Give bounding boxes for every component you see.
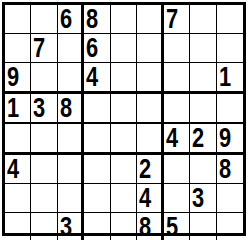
cell-r3c2[interactable] (31, 63, 57, 94)
cell-r2c3[interactable] (58, 34, 84, 63)
cell-r7c3[interactable] (58, 155, 84, 184)
given-digit: 1 (7, 94, 19, 122)
cell-r6c6[interactable] (137, 124, 163, 155)
cell-r9c3[interactable]: 3 (58, 213, 84, 240)
cell-r7c6[interactable]: 2 (137, 155, 163, 184)
given-digit: 8 (219, 155, 231, 183)
cell-r1c6[interactable] (137, 5, 163, 34)
cell-r3c7[interactable] (164, 63, 190, 94)
cell-r8c1[interactable] (5, 184, 31, 213)
cell-r2c6[interactable] (137, 34, 163, 63)
cell-r1c4[interactable]: 8 (84, 5, 110, 34)
cell-r3c6[interactable] (137, 63, 163, 94)
cell-r3c3[interactable] (58, 63, 84, 94)
cell-r9c9[interactable] (217, 213, 243, 240)
cell-r6c1[interactable] (5, 124, 31, 155)
cell-r3c1[interactable]: 9 (5, 63, 31, 94)
given-digit: 8 (86, 5, 98, 33)
cell-r4c1[interactable]: 1 (5, 94, 31, 123)
given-digit: 8 (139, 213, 151, 240)
cell-r2c4[interactable]: 6 (84, 34, 110, 63)
cell-r8c2[interactable] (31, 184, 57, 213)
cell-r1c9[interactable] (217, 5, 243, 34)
given-digit: 3 (33, 94, 45, 122)
cell-r6c3[interactable] (58, 124, 84, 155)
cell-r9c5[interactable] (111, 213, 137, 240)
cell-r4c9[interactable] (217, 94, 243, 123)
cell-r8c8[interactable]: 3 (190, 184, 216, 213)
given-digit: 2 (139, 155, 151, 183)
cell-r7c5[interactable] (111, 155, 137, 184)
cell-r6c9[interactable]: 9 (217, 124, 243, 155)
given-digit: 8 (60, 94, 72, 122)
given-digit: 7 (33, 34, 45, 62)
cell-r8c9[interactable] (217, 184, 243, 213)
cell-r4c4[interactable] (84, 94, 110, 123)
given-digit: 4 (166, 124, 178, 152)
cell-r3c5[interactable] (111, 63, 137, 94)
cell-r1c2[interactable] (31, 5, 57, 34)
cell-r8c5[interactable] (111, 184, 137, 213)
cell-r7c8[interactable] (190, 155, 216, 184)
cell-r8c6[interactable]: 4 (137, 184, 163, 213)
given-digit: 6 (60, 5, 72, 33)
given-digit: 1 (219, 63, 231, 91)
given-digit: 7 (166, 5, 178, 33)
cell-r4c2[interactable]: 3 (31, 94, 57, 123)
cell-r6c5[interactable] (111, 124, 137, 155)
cell-r2c8[interactable] (190, 34, 216, 63)
cell-r1c8[interactable] (190, 5, 216, 34)
given-digit: 9 (219, 124, 231, 152)
cell-r2c1[interactable] (5, 34, 31, 63)
cell-r9c4[interactable] (84, 213, 110, 240)
sudoku-board: 6877694113842942843385 (2, 2, 246, 236)
cell-r2c7[interactable] (164, 34, 190, 63)
cell-r1c3[interactable]: 6 (58, 5, 84, 34)
cell-r4c6[interactable] (137, 94, 163, 123)
given-digit: 3 (192, 184, 204, 212)
cell-r9c6[interactable]: 8 (137, 213, 163, 240)
cell-r4c5[interactable] (111, 94, 137, 123)
cell-r7c4[interactable] (84, 155, 110, 184)
cell-r3c9[interactable]: 1 (217, 63, 243, 94)
given-digit: 2 (192, 124, 204, 152)
cell-r9c2[interactable] (31, 213, 57, 240)
cell-r9c7[interactable]: 5 (164, 213, 190, 240)
cell-r8c4[interactable] (84, 184, 110, 213)
cell-r6c2[interactable] (31, 124, 57, 155)
cell-r2c2[interactable]: 7 (31, 34, 57, 63)
cell-r9c8[interactable] (190, 213, 216, 240)
given-digit: 6 (86, 34, 98, 62)
given-digit: 3 (60, 213, 72, 240)
cell-r1c5[interactable] (111, 5, 137, 34)
given-digit: 9 (7, 63, 19, 91)
given-digit: 4 (139, 184, 151, 212)
given-digit: 5 (166, 213, 178, 240)
cell-r6c8[interactable]: 2 (190, 124, 216, 155)
cell-r4c7[interactable] (164, 94, 190, 123)
given-digit: 4 (86, 63, 98, 91)
cell-r2c5[interactable] (111, 34, 137, 63)
cell-r3c4[interactable]: 4 (84, 63, 110, 94)
sudoku-screen: 6877694113842942843385 (0, 0, 250, 240)
cell-r1c1[interactable] (5, 5, 31, 34)
cell-r8c7[interactable] (164, 184, 190, 213)
cell-r2c9[interactable] (217, 34, 243, 63)
given-digit: 4 (7, 155, 19, 183)
cell-r7c1[interactable]: 4 (5, 155, 31, 184)
cell-r7c7[interactable] (164, 155, 190, 184)
cell-r3c8[interactable] (190, 63, 216, 94)
cell-r6c7[interactable]: 4 (164, 124, 190, 155)
cell-r9c1[interactable] (5, 213, 31, 240)
cell-r6c4[interactable] (84, 124, 110, 155)
cell-r1c7[interactable]: 7 (164, 5, 190, 34)
cell-r7c9[interactable]: 8 (217, 155, 243, 184)
cell-r4c3[interactable]: 8 (58, 94, 84, 123)
cell-r7c2[interactable] (31, 155, 57, 184)
cell-r8c3[interactable] (58, 184, 84, 213)
cell-r4c8[interactable] (190, 94, 216, 123)
